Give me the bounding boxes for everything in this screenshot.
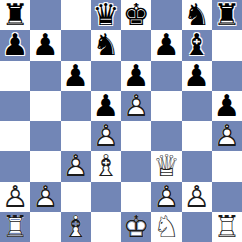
black-knight-piece: ♞	[91, 30, 121, 60]
square-f6[interactable]	[151, 61, 181, 91]
square-h3[interactable]	[212, 151, 242, 181]
black-pawn-piece: ♟	[121, 61, 151, 91]
square-e5[interactable]: ♟♙	[121, 91, 151, 121]
square-g2[interactable]: ♟♙	[182, 182, 212, 212]
square-a1[interactable]: ♜♖	[0, 212, 30, 242]
square-b8[interactable]	[30, 0, 60, 30]
square-a4[interactable]	[0, 121, 30, 151]
square-c1[interactable]: ♝♗	[61, 212, 91, 242]
black-queen-piece: ♛	[91, 0, 121, 30]
square-e1[interactable]: ♚♔	[121, 212, 151, 242]
black-piece-glyph: ♜	[0, 0, 30, 30]
square-h2[interactable]	[212, 182, 242, 212]
white-piece-outline: ♙	[91, 121, 121, 151]
white-piece-outline: ♗	[61, 212, 91, 242]
black-piece-glyph: ♞	[91, 30, 121, 60]
white-pawn-piece: ♟♙	[91, 121, 121, 151]
black-piece-glyph: ♟	[182, 61, 212, 91]
square-f4[interactable]	[151, 121, 181, 151]
square-e6[interactable]: ♟	[121, 61, 151, 91]
white-rook-piece: ♜♖	[0, 212, 30, 242]
square-b5[interactable]	[30, 91, 60, 121]
black-piece-glyph: ♟	[151, 30, 181, 60]
square-h4[interactable]: ♟♙	[212, 121, 242, 151]
square-e7[interactable]	[121, 30, 151, 60]
chess-board: ♜♛♚♞♜♟♟♞♟♝♟♟♟♟♟♙♟♟♙♟♙♟♙♝♗♛♕♟♙♟♙♟♙♟♙♜♖♝♗♚…	[0, 0, 242, 242]
white-pawn-piece: ♟♙	[212, 121, 242, 151]
square-b2[interactable]: ♟♙	[30, 182, 60, 212]
square-g3[interactable]	[182, 151, 212, 181]
square-a5[interactable]	[0, 91, 30, 121]
square-b7[interactable]: ♟	[30, 30, 60, 60]
square-b6[interactable]	[30, 61, 60, 91]
square-c3[interactable]: ♟♙	[61, 151, 91, 181]
square-a3[interactable]	[0, 151, 30, 181]
square-g7[interactable]: ♝	[182, 30, 212, 60]
square-d1[interactable]	[91, 212, 121, 242]
black-pawn-piece: ♟	[30, 30, 60, 60]
square-c2[interactable]	[61, 182, 91, 212]
square-f7[interactable]: ♟	[151, 30, 181, 60]
white-queen-piece: ♛♕	[151, 151, 181, 181]
square-h1[interactable]: ♜♖	[212, 212, 242, 242]
square-b1[interactable]	[30, 212, 60, 242]
square-d2[interactable]	[91, 182, 121, 212]
white-piece-outline: ♙	[30, 182, 60, 212]
black-piece-glyph: ♜	[212, 0, 242, 30]
square-f1[interactable]: ♞♘	[151, 212, 181, 242]
square-g8[interactable]: ♞	[182, 0, 212, 30]
white-bishop-piece: ♝♗	[91, 151, 121, 181]
square-b4[interactable]	[30, 121, 60, 151]
square-g1[interactable]	[182, 212, 212, 242]
square-c8[interactable]	[61, 0, 91, 30]
square-h7[interactable]	[212, 30, 242, 60]
black-pawn-piece: ♟	[151, 30, 181, 60]
black-piece-glyph: ♞	[182, 0, 212, 30]
white-rook-piece: ♜♖	[212, 212, 242, 242]
white-piece-outline: ♖	[0, 212, 30, 242]
black-rook-piece: ♜	[0, 0, 30, 30]
white-piece-outline: ♙	[151, 182, 181, 212]
square-a2[interactable]: ♟♙	[0, 182, 30, 212]
square-a6[interactable]	[0, 61, 30, 91]
black-bishop-piece: ♝	[182, 30, 212, 60]
square-e3[interactable]	[121, 151, 151, 181]
square-c6[interactable]: ♟	[61, 61, 91, 91]
black-pawn-piece: ♟	[91, 91, 121, 121]
square-e4[interactable]	[121, 121, 151, 151]
white-piece-outline: ♗	[91, 151, 121, 181]
white-king-piece: ♚♔	[121, 212, 151, 242]
white-piece-outline: ♙	[0, 182, 30, 212]
black-piece-glyph: ♟	[91, 91, 121, 121]
white-piece-outline: ♙	[121, 91, 151, 121]
black-piece-glyph: ♟	[212, 91, 242, 121]
black-piece-glyph: ♟	[0, 30, 30, 60]
square-d6[interactable]	[91, 61, 121, 91]
black-pawn-piece: ♟	[0, 30, 30, 60]
white-piece-outline: ♘	[151, 212, 181, 242]
black-piece-glyph: ♟	[30, 30, 60, 60]
black-rook-piece: ♜	[212, 0, 242, 30]
square-d4[interactable]: ♟♙	[91, 121, 121, 151]
white-pawn-piece: ♟♙	[30, 182, 60, 212]
black-piece-glyph: ♛	[91, 0, 121, 30]
square-d5[interactable]: ♟	[91, 91, 121, 121]
white-pawn-piece: ♟♙	[0, 182, 30, 212]
square-g4[interactable]	[182, 121, 212, 151]
black-piece-glyph: ♟	[61, 61, 91, 91]
square-d3[interactable]: ♝♗	[91, 151, 121, 181]
square-f2[interactable]: ♟♙	[151, 182, 181, 212]
square-d7[interactable]: ♞	[91, 30, 121, 60]
square-f5[interactable]	[151, 91, 181, 121]
white-bishop-piece: ♝♗	[61, 212, 91, 242]
square-c7[interactable]	[61, 30, 91, 60]
white-piece-outline: ♖	[212, 212, 242, 242]
white-knight-piece: ♞♘	[151, 212, 181, 242]
white-piece-outline: ♙	[61, 151, 91, 181]
black-knight-piece: ♞	[182, 0, 212, 30]
square-f3[interactable]: ♛♕	[151, 151, 181, 181]
square-a8[interactable]: ♜	[0, 0, 30, 30]
square-d8[interactable]: ♛	[91, 0, 121, 30]
square-f8[interactable]	[151, 0, 181, 30]
square-h6[interactable]	[212, 61, 242, 91]
black-piece-glyph: ♝	[182, 30, 212, 60]
black-piece-glyph: ♚	[121, 0, 151, 30]
square-h8[interactable]: ♜	[212, 0, 242, 30]
black-pawn-piece: ♟	[212, 91, 242, 121]
white-pawn-piece: ♟♙	[182, 182, 212, 212]
white-piece-outline: ♙	[182, 182, 212, 212]
square-e2[interactable]	[121, 182, 151, 212]
square-c4[interactable]	[61, 121, 91, 151]
black-pawn-piece: ♟	[182, 61, 212, 91]
white-pawn-piece: ♟♙	[151, 182, 181, 212]
black-king-piece: ♚	[121, 0, 151, 30]
square-a7[interactable]: ♟	[0, 30, 30, 60]
white-piece-outline: ♔	[121, 212, 151, 242]
black-piece-glyph: ♟	[121, 61, 151, 91]
white-piece-outline: ♙	[212, 121, 242, 151]
square-c5[interactable]	[61, 91, 91, 121]
square-g6[interactable]: ♟	[182, 61, 212, 91]
black-pawn-piece: ♟	[61, 61, 91, 91]
square-g5[interactable]	[182, 91, 212, 121]
square-e8[interactable]: ♚	[121, 0, 151, 30]
square-h5[interactable]: ♟	[212, 91, 242, 121]
square-b3[interactable]	[30, 151, 60, 181]
white-pawn-piece: ♟♙	[61, 151, 91, 181]
white-piece-outline: ♕	[151, 151, 181, 181]
white-pawn-piece: ♟♙	[121, 91, 151, 121]
